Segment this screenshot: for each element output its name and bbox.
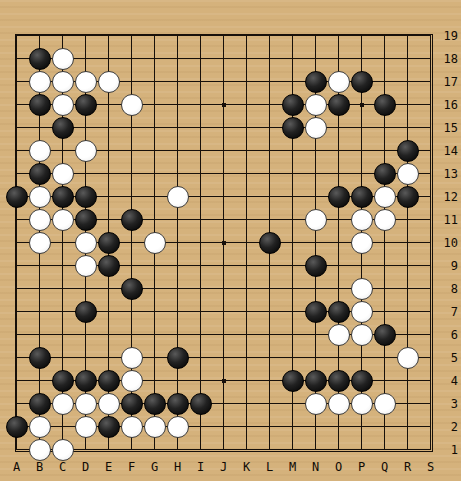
white-stone — [121, 94, 143, 116]
black-stone — [52, 186, 74, 208]
black-stone — [6, 186, 28, 208]
black-stone — [75, 301, 97, 323]
black-stone — [351, 186, 373, 208]
black-stone — [374, 324, 396, 346]
grid-line-horizontal — [16, 449, 431, 450]
grid-line-vertical — [430, 35, 431, 450]
black-stone — [328, 94, 350, 116]
row-label: 15 — [440, 122, 458, 134]
black-stone — [397, 186, 419, 208]
black-stone — [144, 393, 166, 415]
black-stone — [52, 370, 74, 392]
black-stone — [374, 94, 396, 116]
white-stone — [75, 255, 97, 277]
white-stone — [29, 209, 51, 231]
grid-line-vertical — [407, 35, 408, 450]
black-stone — [259, 232, 281, 254]
white-stone — [29, 140, 51, 162]
star-point — [222, 103, 226, 107]
black-stone — [351, 71, 373, 93]
grid-line-vertical — [246, 35, 247, 450]
white-stone — [121, 370, 143, 392]
row-label: 17 — [440, 76, 458, 88]
white-stone — [29, 439, 51, 461]
black-stone — [75, 186, 97, 208]
black-stone — [282, 94, 304, 116]
white-stone — [52, 439, 74, 461]
black-stone — [98, 232, 120, 254]
column-label: E — [105, 461, 112, 473]
white-stone — [52, 393, 74, 415]
row-label: 2 — [440, 421, 458, 433]
white-stone — [29, 186, 51, 208]
column-label: I — [197, 461, 204, 473]
white-stone — [75, 232, 97, 254]
black-stone — [328, 301, 350, 323]
black-stone — [328, 186, 350, 208]
row-label: 3 — [440, 398, 458, 410]
row-label: 10 — [440, 237, 458, 249]
row-label: 4 — [440, 375, 458, 387]
column-label: H — [174, 461, 181, 473]
black-stone — [282, 117, 304, 139]
black-stone — [305, 255, 327, 277]
white-stone — [52, 48, 74, 70]
white-stone — [351, 232, 373, 254]
black-stone — [29, 393, 51, 415]
row-label: 16 — [440, 99, 458, 111]
row-label: 18 — [440, 53, 458, 65]
column-label: C — [59, 461, 66, 473]
white-stone — [121, 416, 143, 438]
white-stone — [29, 232, 51, 254]
row-label: 14 — [440, 145, 458, 157]
column-label: J — [220, 461, 227, 473]
column-label: S — [427, 461, 434, 473]
white-stone — [52, 71, 74, 93]
black-stone — [121, 393, 143, 415]
black-stone — [282, 370, 304, 392]
column-label: L — [266, 461, 273, 473]
white-stone — [52, 163, 74, 185]
row-label: 9 — [440, 260, 458, 272]
grid-line-horizontal — [16, 357, 431, 358]
white-stone — [351, 393, 373, 415]
column-label: B — [36, 461, 43, 473]
row-label: 19 — [440, 30, 458, 42]
white-stone — [374, 186, 396, 208]
white-stone — [397, 347, 419, 369]
white-stone — [167, 186, 189, 208]
black-stone — [121, 209, 143, 231]
black-stone — [29, 347, 51, 369]
column-label: M — [289, 461, 296, 473]
white-stone — [305, 393, 327, 415]
black-stone — [75, 94, 97, 116]
star-point — [360, 103, 364, 107]
white-stone — [98, 393, 120, 415]
black-stone — [167, 347, 189, 369]
black-stone — [374, 163, 396, 185]
white-stone — [75, 140, 97, 162]
white-stone — [351, 324, 373, 346]
black-stone — [190, 393, 212, 415]
white-stone — [98, 71, 120, 93]
white-stone — [374, 209, 396, 231]
white-stone — [351, 278, 373, 300]
star-point — [222, 379, 226, 383]
black-stone — [351, 370, 373, 392]
go-board[interactable]: ABCDEFGHIJKLMNOPQRS191817161514131211109… — [0, 0, 461, 481]
star-point — [222, 241, 226, 245]
white-stone — [144, 232, 166, 254]
column-label: K — [243, 461, 250, 473]
column-label: O — [335, 461, 342, 473]
column-label: P — [358, 461, 365, 473]
white-stone — [328, 71, 350, 93]
column-label: F — [128, 461, 135, 473]
white-stone — [397, 163, 419, 185]
black-stone — [29, 48, 51, 70]
column-label: A — [13, 461, 20, 473]
black-stone — [305, 370, 327, 392]
white-stone — [144, 416, 166, 438]
black-stone — [98, 416, 120, 438]
black-stone — [75, 370, 97, 392]
white-stone — [328, 324, 350, 346]
white-stone — [75, 71, 97, 93]
white-stone — [29, 416, 51, 438]
white-stone — [374, 393, 396, 415]
white-stone — [351, 301, 373, 323]
white-stone — [328, 393, 350, 415]
black-stone — [121, 278, 143, 300]
row-label: 13 — [440, 168, 458, 180]
white-stone — [121, 347, 143, 369]
row-label: 12 — [440, 191, 458, 203]
white-stone — [167, 416, 189, 438]
black-stone — [29, 163, 51, 185]
column-label: D — [82, 461, 89, 473]
white-stone — [351, 209, 373, 231]
black-stone — [397, 140, 419, 162]
black-stone — [328, 370, 350, 392]
row-label: 5 — [440, 352, 458, 364]
row-label: 1 — [440, 444, 458, 456]
white-stone — [29, 71, 51, 93]
white-stone — [52, 94, 74, 116]
white-stone — [75, 393, 97, 415]
row-label: 11 — [440, 214, 458, 226]
column-label: N — [312, 461, 319, 473]
black-stone — [305, 71, 327, 93]
row-label: 7 — [440, 306, 458, 318]
white-stone — [305, 209, 327, 231]
column-label: G — [151, 461, 158, 473]
row-label: 8 — [440, 283, 458, 295]
row-label: 6 — [440, 329, 458, 341]
column-label: R — [404, 461, 411, 473]
black-stone — [29, 94, 51, 116]
white-stone — [52, 209, 74, 231]
black-stone — [75, 209, 97, 231]
white-stone — [305, 117, 327, 139]
black-stone — [305, 301, 327, 323]
black-stone — [52, 117, 74, 139]
black-stone — [98, 255, 120, 277]
white-stone — [305, 94, 327, 116]
black-stone — [6, 416, 28, 438]
column-label: Q — [381, 461, 388, 473]
white-stone — [75, 416, 97, 438]
black-stone — [167, 393, 189, 415]
black-stone — [98, 370, 120, 392]
